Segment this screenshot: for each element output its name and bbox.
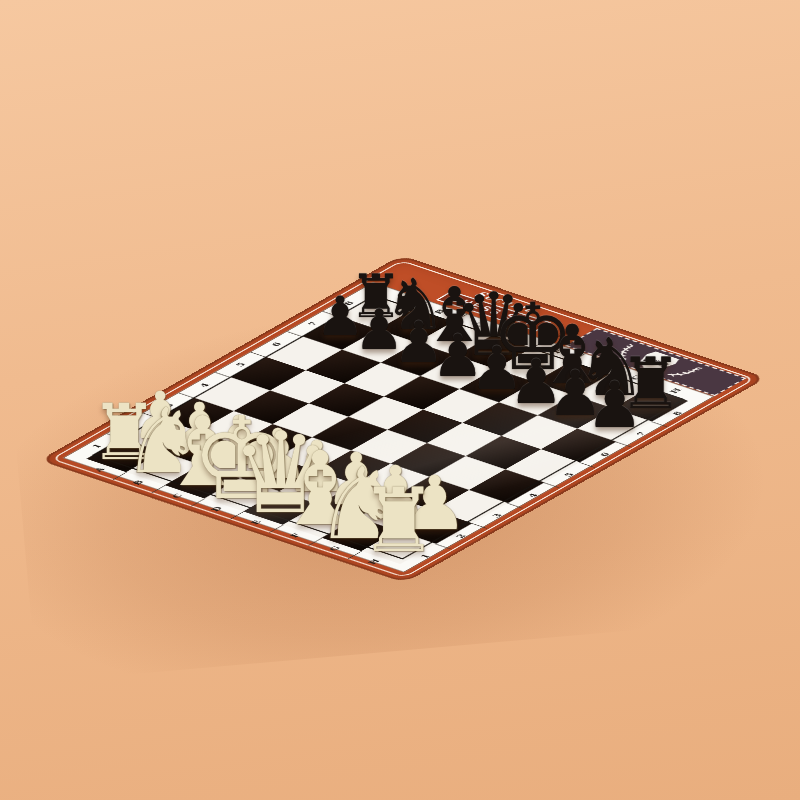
black-pawn-h7[interactable]: ♟ bbox=[586, 375, 643, 439]
photo-stage: Securit CHESS SET ♚ ♞ ♛ ♜ bbox=[0, 0, 800, 800]
white-rook-h1[interactable]: ♜ bbox=[359, 477, 438, 565]
